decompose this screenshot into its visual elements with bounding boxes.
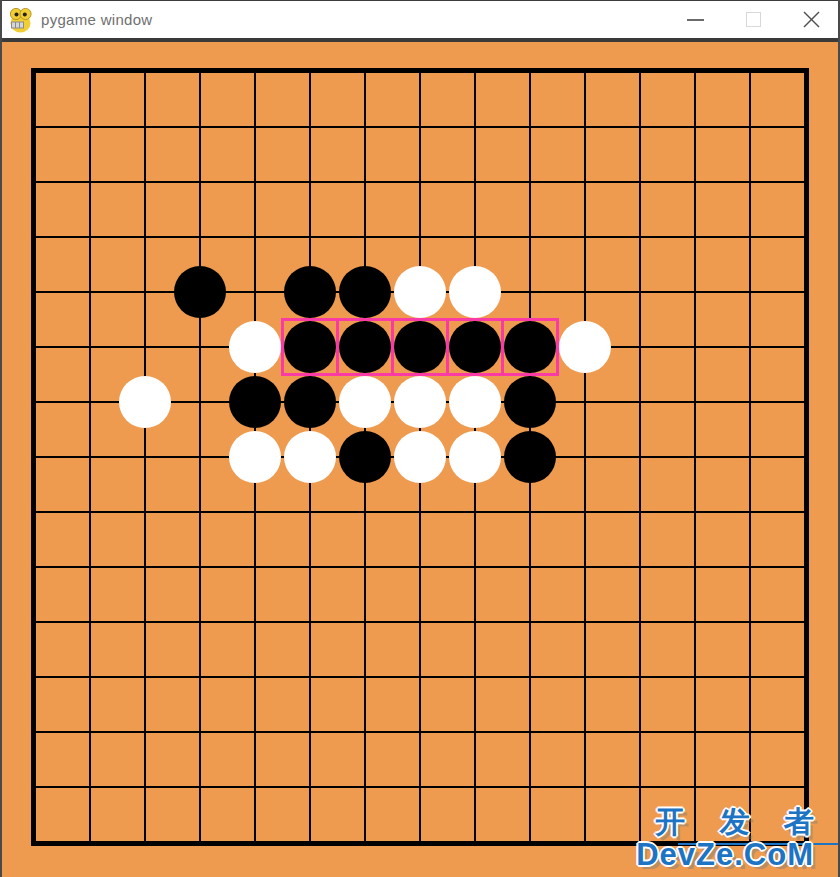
grid-cell[interactable]	[310, 182, 365, 237]
grid-cell[interactable]	[475, 567, 530, 622]
grid-cell[interactable]	[365, 512, 420, 567]
grid-cell[interactable]	[530, 512, 585, 567]
grid-cell[interactable]	[695, 677, 750, 732]
grid-cell[interactable]	[200, 732, 255, 787]
grid-cell[interactable]	[420, 677, 475, 732]
grid-cell[interactable]	[530, 72, 585, 127]
grid-cell[interactable]	[310, 677, 365, 732]
grid-cell[interactable]	[695, 237, 750, 292]
grid-cell[interactable]	[145, 72, 200, 127]
grid-cell[interactable]	[475, 622, 530, 677]
grid-cell[interactable]	[640, 732, 695, 787]
grid-cell[interactable]	[145, 677, 200, 732]
grid-cell[interactable]	[640, 512, 695, 567]
grid-cell[interactable]	[255, 677, 310, 732]
grid-cell[interactable]	[200, 787, 255, 842]
grid-cell[interactable]	[420, 787, 475, 842]
grid-cell[interactable]	[35, 347, 90, 402]
grid-cell[interactable]	[585, 512, 640, 567]
grid-cell[interactable]	[640, 402, 695, 457]
grid-cell[interactable]	[750, 127, 805, 182]
grid-cell[interactable]	[640, 292, 695, 347]
grid-cell[interactable]	[35, 237, 90, 292]
grid-cell[interactable]	[145, 567, 200, 622]
titlebar[interactable]: pygame window	[0, 1, 840, 38]
grid-cell[interactable]	[750, 292, 805, 347]
grid-cell[interactable]	[310, 72, 365, 127]
white-stone	[559, 321, 611, 373]
grid-cell[interactable]	[35, 732, 90, 787]
grid-cell[interactable]	[475, 182, 530, 237]
black-stone	[284, 266, 336, 318]
grid-cell[interactable]	[695, 622, 750, 677]
grid-cell[interactable]	[530, 237, 585, 292]
grid-cell[interactable]	[35, 787, 90, 842]
grid-cell[interactable]	[35, 622, 90, 677]
grid-cell[interactable]	[145, 787, 200, 842]
minimize-button[interactable]	[666, 1, 724, 38]
grid-cell[interactable]	[200, 677, 255, 732]
black-stone	[229, 376, 281, 428]
white-stone	[119, 376, 171, 428]
white-stone	[394, 266, 446, 318]
grid-cell[interactable]	[90, 732, 145, 787]
grid-cell[interactable]	[365, 567, 420, 622]
grid-cell[interactable]	[90, 292, 145, 347]
grid-cell[interactable]	[255, 72, 310, 127]
win-highlight-square	[446, 318, 504, 376]
grid-cell[interactable]	[750, 402, 805, 457]
grid-cell[interactable]	[365, 72, 420, 127]
grid-cell[interactable]	[750, 182, 805, 237]
grid-cell[interactable]	[145, 512, 200, 567]
grid-cell[interactable]	[585, 732, 640, 787]
grid-cell[interactable]	[365, 787, 420, 842]
grid-cell[interactable]	[640, 72, 695, 127]
grid-cell[interactable]	[35, 677, 90, 732]
grid-cell[interactable]	[420, 622, 475, 677]
grid-cell[interactable]	[420, 72, 475, 127]
window-controls	[666, 1, 840, 38]
grid-cell[interactable]	[475, 72, 530, 127]
grid-cell[interactable]	[640, 457, 695, 512]
grid-cell[interactable]	[255, 512, 310, 567]
grid-cell[interactable]	[310, 787, 365, 842]
grid-cell[interactable]	[255, 787, 310, 842]
grid-cell[interactable]	[530, 182, 585, 237]
grid-cell[interactable]	[695, 347, 750, 402]
window-title: pygame window	[41, 11, 152, 28]
grid-cell[interactable]	[255, 127, 310, 182]
grid-cell[interactable]	[750, 347, 805, 402]
white-stone	[394, 431, 446, 483]
grid-cell[interactable]	[695, 512, 750, 567]
grid-cell[interactable]	[35, 567, 90, 622]
grid-cell[interactable]	[90, 512, 145, 567]
grid-cell[interactable]	[640, 567, 695, 622]
grid-cell[interactable]	[200, 72, 255, 127]
grid-cell[interactable]	[35, 402, 90, 457]
grid-cell[interactable]	[695, 182, 750, 237]
grid-cell[interactable]	[475, 677, 530, 732]
minimize-dash-icon	[687, 19, 704, 21]
grid-cell[interactable]	[145, 732, 200, 787]
grid-cell[interactable]	[310, 567, 365, 622]
white-stone	[449, 431, 501, 483]
white-stone	[229, 321, 281, 373]
grid-cell[interactable]	[35, 512, 90, 567]
grid-cell[interactable]	[530, 567, 585, 622]
grid-cell[interactable]	[420, 182, 475, 237]
grid-cell[interactable]	[585, 182, 640, 237]
grid-cell[interactable]	[420, 512, 475, 567]
grid-cell[interactable]	[695, 127, 750, 182]
grid-cell[interactable]	[640, 182, 695, 237]
grid-cell[interactable]	[640, 237, 695, 292]
maximize-square-icon	[746, 12, 761, 27]
grid-cell[interactable]	[750, 457, 805, 512]
win-highlight-square	[391, 318, 449, 376]
watermark-line2: DevZe.CoM	[636, 838, 814, 872]
grid-cell[interactable]	[475, 512, 530, 567]
grid-cell[interactable]	[585, 787, 640, 842]
grid-cell[interactable]	[695, 402, 750, 457]
grid-cell[interactable]	[585, 402, 640, 457]
white-stone	[339, 376, 391, 428]
grid-cell[interactable]	[365, 182, 420, 237]
grid-cell[interactable]	[420, 732, 475, 787]
grid-cell[interactable]	[750, 237, 805, 292]
grid-cell[interactable]	[145, 182, 200, 237]
grid-cell[interactable]	[585, 677, 640, 732]
grid-cell[interactable]	[750, 512, 805, 567]
grid-cell[interactable]	[530, 622, 585, 677]
grid-cell[interactable]	[475, 732, 530, 787]
window-border-top	[0, 0, 840, 1]
grid-cell[interactable]	[255, 567, 310, 622]
win-highlight-square	[501, 318, 559, 376]
grid-cell[interactable]	[750, 732, 805, 787]
grid-cell[interactable]	[90, 237, 145, 292]
grid-cell[interactable]	[200, 182, 255, 237]
grid-cell[interactable]	[365, 127, 420, 182]
white-stone	[394, 376, 446, 428]
grid-cell[interactable]	[530, 787, 585, 842]
close-button[interactable]	[782, 1, 840, 38]
grid-cell[interactable]	[310, 622, 365, 677]
watermark-line1: 开 发 者	[636, 805, 827, 838]
maximize-button[interactable]	[724, 1, 782, 38]
grid-cell[interactable]	[750, 677, 805, 732]
grid-cell[interactable]	[145, 622, 200, 677]
grid-cell[interactable]	[90, 677, 145, 732]
white-stone	[449, 376, 501, 428]
grid-cell[interactable]	[750, 72, 805, 127]
grid-cell[interactable]	[365, 622, 420, 677]
grid-cell[interactable]	[200, 567, 255, 622]
window-border-left	[0, 0, 2, 877]
win-highlight-square	[281, 318, 339, 376]
grid-cell[interactable]	[585, 457, 640, 512]
grid-cell[interactable]	[90, 787, 145, 842]
grid-cell[interactable]	[90, 567, 145, 622]
black-stone	[339, 266, 391, 318]
pygame-window: pygame window 开 发 者 DevZe.CoM	[0, 0, 840, 877]
black-stone	[504, 431, 556, 483]
grid-cell[interactable]	[35, 457, 90, 512]
grid-cell[interactable]	[695, 567, 750, 622]
grid-cell[interactable]	[750, 567, 805, 622]
black-stone	[504, 376, 556, 428]
grid-cell[interactable]	[200, 622, 255, 677]
grid-cell[interactable]	[90, 72, 145, 127]
grid-cell[interactable]	[145, 457, 200, 512]
grid-cell[interactable]	[365, 732, 420, 787]
grid-cell[interactable]	[310, 127, 365, 182]
close-x-icon	[803, 11, 820, 28]
grid-cell[interactable]	[695, 72, 750, 127]
grid-cell[interactable]	[310, 512, 365, 567]
grid-cell[interactable]	[420, 567, 475, 622]
grid-cell[interactable]	[475, 127, 530, 182]
grid-cell[interactable]	[90, 457, 145, 512]
grid-cell[interactable]	[90, 127, 145, 182]
grid-cell[interactable]	[420, 127, 475, 182]
grid-cell[interactable]	[530, 677, 585, 732]
grid-cell[interactable]	[90, 622, 145, 677]
grid-cell[interactable]	[585, 127, 640, 182]
grid-cell[interactable]	[200, 512, 255, 567]
grid-cell[interactable]	[640, 347, 695, 402]
grid-cell[interactable]	[35, 292, 90, 347]
white-stone	[284, 431, 336, 483]
grid-cell[interactable]	[695, 732, 750, 787]
grid-cell[interactable]	[585, 567, 640, 622]
grid-cell[interactable]	[365, 677, 420, 732]
grid-cell[interactable]	[90, 182, 145, 237]
white-stone	[449, 266, 501, 318]
grid-cell[interactable]	[695, 292, 750, 347]
watermark: 开 发 者 DevZe.CoM	[636, 805, 814, 872]
grid-cell[interactable]	[585, 72, 640, 127]
grid-cell[interactable]	[695, 457, 750, 512]
grid-cell[interactable]	[200, 127, 255, 182]
grid-cell[interactable]	[35, 127, 90, 182]
grid-cell[interactable]	[530, 127, 585, 182]
gomoku-board[interactable]: 开 发 者 DevZe.CoM	[0, 42, 840, 877]
grid-cell[interactable]	[310, 732, 365, 787]
grid-cell[interactable]	[640, 622, 695, 677]
black-stone	[339, 431, 391, 483]
grid-cell[interactable]	[475, 787, 530, 842]
pygame-snake-icon	[9, 7, 33, 33]
grid-cell[interactable]	[640, 677, 695, 732]
grid-cell[interactable]	[255, 622, 310, 677]
win-highlight-square	[336, 318, 394, 376]
white-stone	[229, 431, 281, 483]
black-stone	[174, 266, 226, 318]
grid-cell[interactable]	[35, 182, 90, 237]
grid-cell[interactable]	[145, 127, 200, 182]
grid-cell[interactable]	[255, 182, 310, 237]
black-stone	[284, 376, 336, 428]
grid-cell[interactable]	[750, 622, 805, 677]
grid-cell[interactable]	[640, 127, 695, 182]
grid-cell[interactable]	[585, 237, 640, 292]
grid-cell[interactable]	[255, 732, 310, 787]
grid-cell[interactable]	[530, 732, 585, 787]
grid-cell[interactable]	[35, 72, 90, 127]
grid-cell[interactable]	[585, 622, 640, 677]
titlebar-separator	[0, 38, 840, 42]
